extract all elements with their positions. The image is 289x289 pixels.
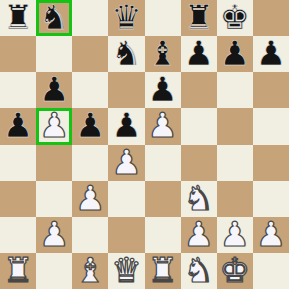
piece-black-pawn[interactable]: ♟	[147, 72, 177, 106]
square-h1[interactable]	[253, 253, 289, 289]
piece-white-pawn[interactable]: ♟	[39, 217, 69, 251]
square-g6[interactable]	[217, 72, 253, 108]
square-a7[interactable]	[0, 36, 36, 72]
square-a8[interactable]: ♜	[0, 0, 36, 36]
piece-white-queen[interactable]: ♛	[111, 253, 141, 287]
square-g7[interactable]: ♟	[217, 36, 253, 72]
square-e4[interactable]	[145, 145, 181, 181]
square-a1[interactable]: ♜	[0, 253, 36, 289]
square-b5[interactable]: ♟	[36, 108, 72, 144]
piece-black-queen[interactable]: ♛	[111, 0, 141, 34]
piece-black-rook[interactable]: ♜	[3, 0, 33, 34]
piece-white-pawn[interactable]: ♟	[111, 145, 141, 179]
square-d2[interactable]	[108, 217, 144, 253]
square-c1[interactable]: ♝	[72, 253, 108, 289]
square-c4[interactable]	[72, 145, 108, 181]
square-e5[interactable]: ♟	[145, 108, 181, 144]
square-a6[interactable]	[0, 72, 36, 108]
chess-board: ♜♞♛♜♚♞♝♟♟♟♟♟♟♟♟♟♟♟♟♞♟♟♟♟♜♝♛♜♞♚	[0, 0, 289, 289]
square-h6[interactable]	[253, 72, 289, 108]
square-e3[interactable]	[145, 181, 181, 217]
piece-black-bishop[interactable]: ♝	[147, 36, 177, 70]
square-a4[interactable]	[0, 145, 36, 181]
square-e2[interactable]	[145, 217, 181, 253]
square-h2[interactable]: ♟	[253, 217, 289, 253]
square-c2[interactable]	[72, 217, 108, 253]
piece-black-pawn[interactable]: ♟	[256, 36, 286, 70]
piece-black-pawn[interactable]: ♟	[75, 108, 105, 142]
piece-white-pawn[interactable]: ♟	[147, 108, 177, 142]
square-b4[interactable]	[36, 145, 72, 181]
square-b8[interactable]: ♞	[36, 0, 72, 36]
square-a3[interactable]	[0, 181, 36, 217]
square-d6[interactable]	[108, 72, 144, 108]
piece-white-rook[interactable]: ♜	[147, 253, 177, 287]
square-b3[interactable]	[36, 181, 72, 217]
piece-black-pawn[interactable]: ♟	[111, 108, 141, 142]
piece-white-knight[interactable]: ♞	[183, 181, 213, 215]
square-g2[interactable]: ♟	[217, 217, 253, 253]
square-h8[interactable]	[253, 0, 289, 36]
square-d3[interactable]	[108, 181, 144, 217]
piece-white-king[interactable]: ♚	[220, 253, 250, 287]
piece-white-bishop[interactable]: ♝	[75, 253, 105, 287]
piece-white-knight[interactable]: ♞	[183, 253, 213, 287]
square-f6[interactable]	[181, 72, 217, 108]
square-d5[interactable]: ♟	[108, 108, 144, 144]
square-b1[interactable]	[36, 253, 72, 289]
square-f8[interactable]: ♜	[181, 0, 217, 36]
piece-white-pawn[interactable]: ♟	[220, 217, 250, 251]
square-h5[interactable]	[253, 108, 289, 144]
piece-black-pawn[interactable]: ♟	[3, 108, 33, 142]
piece-black-pawn[interactable]: ♟	[220, 36, 250, 70]
square-h7[interactable]: ♟	[253, 36, 289, 72]
square-b6[interactable]: ♟	[36, 72, 72, 108]
square-f1[interactable]: ♞	[181, 253, 217, 289]
square-f2[interactable]: ♟	[181, 217, 217, 253]
chess-app: ♜♞♛♜♚♞♝♟♟♟♟♟♟♟♟♟♟♟♟♞♟♟♟♟♜♝♛♜♞♚	[0, 0, 289, 289]
square-c5[interactable]: ♟	[72, 108, 108, 144]
square-a5[interactable]: ♟	[0, 108, 36, 144]
piece-black-rook[interactable]: ♜	[183, 0, 213, 34]
square-c3[interactable]: ♟	[72, 181, 108, 217]
piece-white-pawn[interactable]: ♟	[256, 217, 286, 251]
square-g4[interactable]	[217, 145, 253, 181]
square-a2[interactable]	[0, 217, 36, 253]
square-e6[interactable]: ♟	[145, 72, 181, 108]
square-c6[interactable]	[72, 72, 108, 108]
piece-white-pawn[interactable]: ♟	[75, 181, 105, 215]
square-h4[interactable]	[253, 145, 289, 181]
square-f4[interactable]	[181, 145, 217, 181]
square-e8[interactable]	[145, 0, 181, 36]
square-b2[interactable]: ♟	[36, 217, 72, 253]
square-c7[interactable]	[72, 36, 108, 72]
square-d7[interactable]: ♞	[108, 36, 144, 72]
square-f7[interactable]: ♟	[181, 36, 217, 72]
piece-black-knight[interactable]: ♞	[111, 36, 141, 70]
square-h3[interactable]	[253, 181, 289, 217]
piece-white-pawn[interactable]: ♟	[39, 108, 69, 142]
piece-black-pawn[interactable]: ♟	[183, 36, 213, 70]
square-f5[interactable]	[181, 108, 217, 144]
square-b7[interactable]	[36, 36, 72, 72]
square-g8[interactable]: ♚	[217, 0, 253, 36]
square-g3[interactable]	[217, 181, 253, 217]
square-e7[interactable]: ♝	[145, 36, 181, 72]
square-d4[interactable]: ♟	[108, 145, 144, 181]
square-e1[interactable]: ♜	[145, 253, 181, 289]
square-g1[interactable]: ♚	[217, 253, 253, 289]
square-g5[interactable]	[217, 108, 253, 144]
piece-black-knight[interactable]: ♞	[39, 0, 69, 34]
square-d1[interactable]: ♛	[108, 253, 144, 289]
piece-white-pawn[interactable]: ♟	[183, 217, 213, 251]
piece-white-rook[interactable]: ♜	[3, 253, 33, 287]
piece-black-king[interactable]: ♚	[220, 0, 250, 34]
square-c8[interactable]	[72, 0, 108, 36]
piece-black-pawn[interactable]: ♟	[39, 72, 69, 106]
square-f3[interactable]: ♞	[181, 181, 217, 217]
square-d8[interactable]: ♛	[108, 0, 144, 36]
